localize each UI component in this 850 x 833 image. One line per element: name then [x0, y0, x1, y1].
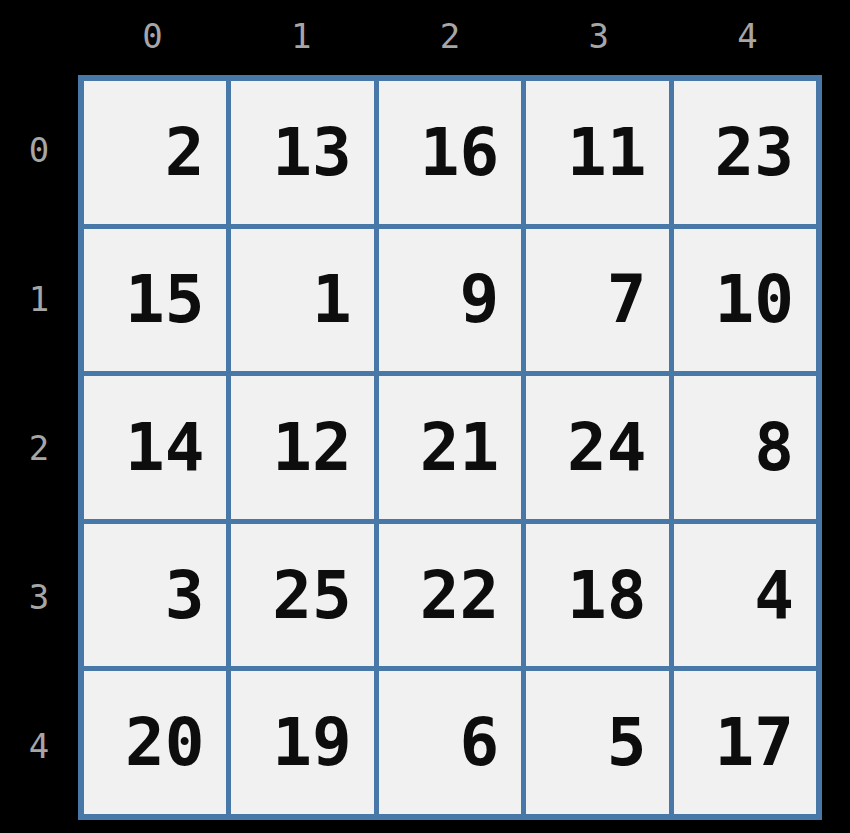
grid-cell-r0c0[interactable]: 2 — [84, 81, 226, 224]
grid-cell-r1c2[interactable]: 9 — [379, 229, 521, 372]
row-label-column: 01234 — [0, 75, 78, 820]
grid-cell-r2c1[interactable]: 12 — [231, 376, 373, 519]
grid-cell-r4c4[interactable]: 17 — [674, 671, 816, 814]
number-grid-board: 2131611231519710141221248325221842019651… — [78, 75, 822, 820]
row-label-4: 4 — [29, 726, 49, 766]
grid-cell-r3c3[interactable]: 18 — [526, 524, 668, 667]
grid-cell-r2c3[interactable]: 24 — [526, 376, 668, 519]
grid-cell-r2c4[interactable]: 8 — [674, 376, 816, 519]
grid-cell-r2c0[interactable]: 14 — [84, 376, 226, 519]
grid-cell-r4c1[interactable]: 19 — [231, 671, 373, 814]
col-label-1: 1 — [291, 16, 311, 56]
grid-cell-r2c2[interactable]: 21 — [379, 376, 521, 519]
grid-cell-r4c0[interactable]: 20 — [84, 671, 226, 814]
col-label-4: 4 — [737, 16, 757, 56]
col-label-0: 0 — [142, 16, 162, 56]
column-header-row: 01234 — [78, 0, 822, 72]
grid-cell-r3c1[interactable]: 25 — [231, 524, 373, 667]
grid-cell-r0c2[interactable]: 16 — [379, 81, 521, 224]
grid-cell-r3c2[interactable]: 22 — [379, 524, 521, 667]
grid-cell-r1c0[interactable]: 15 — [84, 229, 226, 372]
grid-cell-r1c3[interactable]: 7 — [526, 229, 668, 372]
grid-cell-r0c1[interactable]: 13 — [231, 81, 373, 224]
row-label-1: 1 — [29, 279, 49, 319]
col-label-2: 2 — [440, 16, 460, 56]
row-label-0: 0 — [29, 130, 49, 170]
grid-cell-r4c2[interactable]: 6 — [379, 671, 521, 814]
grid-cell-r1c4[interactable]: 10 — [674, 229, 816, 372]
col-label-3: 3 — [589, 16, 609, 56]
grid-cell-r3c0[interactable]: 3 — [84, 524, 226, 667]
grid-cell-r0c3[interactable]: 11 — [526, 81, 668, 224]
row-label-3: 3 — [29, 577, 49, 617]
grid-cell-r0c4[interactable]: 23 — [674, 81, 816, 224]
grid-cell-r1c1[interactable]: 1 — [231, 229, 373, 372]
grid-cell-r3c4[interactable]: 4 — [674, 524, 816, 667]
row-label-2: 2 — [29, 428, 49, 468]
grid-cell-r4c3[interactable]: 5 — [526, 671, 668, 814]
